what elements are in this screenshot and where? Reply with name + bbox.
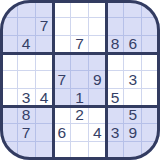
sudoku-cell-r3c9 bbox=[142, 36, 160, 54]
sudoku-cell-r2c1 bbox=[0, 18, 18, 36]
sudoku-cell-r7c7 bbox=[107, 107, 125, 125]
sudoku-cell-r1c2 bbox=[18, 0, 36, 18]
sudoku-cell-r8c8: 9 bbox=[124, 124, 142, 142]
sudoku-cell-r3c6 bbox=[89, 36, 107, 54]
sudoku-cell-r9c8 bbox=[124, 142, 142, 160]
sudoku-cell-r6c9 bbox=[142, 89, 160, 107]
block-divider-vertical-2 bbox=[105, 0, 108, 160]
sudoku-cell-r6c2: 3 bbox=[18, 89, 36, 107]
sudoku-cell-r3c3 bbox=[36, 36, 54, 54]
sudoku-cell-r1c6 bbox=[89, 0, 107, 18]
sudoku-cell-r5c9 bbox=[142, 71, 160, 89]
sudoku-cell-r5c6: 9 bbox=[89, 71, 107, 89]
sudoku-cell-r1c4 bbox=[53, 0, 71, 18]
sudoku-cell-r6c7: 5 bbox=[107, 89, 125, 107]
sudoku-cell-r2c4 bbox=[53, 18, 71, 36]
sudoku-cell-r8c9 bbox=[142, 124, 160, 142]
sudoku-cell-r3c5: 7 bbox=[71, 36, 89, 54]
sudoku-cell-r9c3 bbox=[36, 142, 54, 160]
sudoku-cell-r7c8: 5 bbox=[124, 107, 142, 125]
sudoku-cell-r7c5: 2 bbox=[71, 107, 89, 125]
sudoku-cell-r7c3 bbox=[36, 107, 54, 125]
sudoku-cell-r9c1 bbox=[0, 142, 18, 160]
sudoku-cell-r5c3 bbox=[36, 71, 54, 89]
sudoku-grid: 74786793341582576439 bbox=[0, 0, 160, 160]
sudoku-cell-r6c3: 4 bbox=[36, 89, 54, 107]
sudoku-cell-r5c5 bbox=[71, 71, 89, 89]
sudoku-cell-r2c9 bbox=[142, 18, 160, 36]
sudoku-cell-r4c9 bbox=[142, 53, 160, 71]
sudoku-cell-r1c1 bbox=[0, 0, 18, 18]
sudoku-cell-r3c7: 8 bbox=[107, 36, 125, 54]
sudoku-cell-r8c1 bbox=[0, 124, 18, 142]
sudoku-app-icon[interactable]: 74786793341582576439 bbox=[0, 0, 160, 160]
sudoku-cell-r7c9 bbox=[142, 107, 160, 125]
sudoku-cell-r6c4 bbox=[53, 89, 71, 107]
sudoku-cell-r6c5: 1 bbox=[71, 89, 89, 107]
block-divider-horizontal-1 bbox=[0, 52, 160, 55]
sudoku-cell-r2c5 bbox=[71, 18, 89, 36]
sudoku-cell-r9c5 bbox=[71, 142, 89, 160]
sudoku-cell-r2c3: 7 bbox=[36, 18, 54, 36]
sudoku-cell-r6c6 bbox=[89, 89, 107, 107]
sudoku-cell-r5c7 bbox=[107, 71, 125, 89]
sudoku-cell-r7c6 bbox=[89, 107, 107, 125]
sudoku-cell-r3c4 bbox=[53, 36, 71, 54]
sudoku-cell-r7c2: 8 bbox=[18, 107, 36, 125]
sudoku-cell-r2c7 bbox=[107, 18, 125, 36]
sudoku-cell-r1c9 bbox=[142, 0, 160, 18]
sudoku-cell-r6c1 bbox=[0, 89, 18, 107]
sudoku-cell-r8c2: 7 bbox=[18, 124, 36, 142]
sudoku-cell-r9c6 bbox=[89, 142, 107, 160]
sudoku-cell-r7c1 bbox=[0, 107, 18, 125]
sudoku-cell-r6c8 bbox=[124, 89, 142, 107]
block-divider-horizontal-2 bbox=[0, 105, 160, 108]
sudoku-cell-r2c8 bbox=[124, 18, 142, 36]
sudoku-cell-r4c6 bbox=[89, 53, 107, 71]
sudoku-cell-r3c1 bbox=[0, 36, 18, 54]
sudoku-cell-r1c3 bbox=[36, 0, 54, 18]
sudoku-cell-r5c1 bbox=[0, 71, 18, 89]
sudoku-cell-r5c4: 7 bbox=[53, 71, 71, 89]
block-divider-vertical-1 bbox=[52, 0, 55, 160]
sudoku-cell-r8c5 bbox=[71, 124, 89, 142]
sudoku-cell-r7c4 bbox=[53, 107, 71, 125]
sudoku-cell-r9c2 bbox=[18, 142, 36, 160]
sudoku-cell-r8c6: 4 bbox=[89, 124, 107, 142]
sudoku-cell-r9c9 bbox=[142, 142, 160, 160]
sudoku-cell-r5c2 bbox=[18, 71, 36, 89]
sudoku-cell-r2c2 bbox=[18, 18, 36, 36]
sudoku-cell-r4c7 bbox=[107, 53, 125, 71]
sudoku-cell-r4c2 bbox=[18, 53, 36, 71]
sudoku-cell-r1c7 bbox=[107, 0, 125, 18]
sudoku-cell-r2c6 bbox=[89, 18, 107, 36]
sudoku-cell-r1c8 bbox=[124, 0, 142, 18]
sudoku-cell-r4c4 bbox=[53, 53, 71, 71]
sudoku-cell-r9c4 bbox=[53, 142, 71, 160]
sudoku-cell-r4c3 bbox=[36, 53, 54, 71]
sudoku-cell-r8c4: 6 bbox=[53, 124, 71, 142]
sudoku-cell-r1c5 bbox=[71, 0, 89, 18]
sudoku-cell-r3c8: 6 bbox=[124, 36, 142, 54]
sudoku-cell-r8c7: 3 bbox=[107, 124, 125, 142]
sudoku-cell-r3c2: 4 bbox=[18, 36, 36, 54]
sudoku-cell-r8c3 bbox=[36, 124, 54, 142]
sudoku-cell-r4c1 bbox=[0, 53, 18, 71]
board-clip: 74786793341582576439 bbox=[0, 0, 160, 160]
sudoku-cell-r4c8 bbox=[124, 53, 142, 71]
sudoku-cell-r9c7 bbox=[107, 142, 125, 160]
sudoku-cell-r4c5 bbox=[71, 53, 89, 71]
sudoku-cell-r5c8: 3 bbox=[124, 71, 142, 89]
